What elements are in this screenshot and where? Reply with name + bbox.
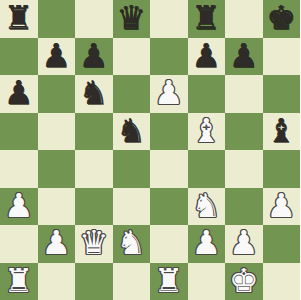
- square-g2[interactable]: ♟: [225, 225, 263, 263]
- square-e6[interactable]: ♟: [150, 75, 188, 113]
- square-a4[interactable]: [0, 150, 38, 188]
- piece-white-knight-f3[interactable]: ♞: [191, 188, 221, 225]
- piece-white-knight-d2[interactable]: ♞: [116, 225, 146, 262]
- square-c6[interactable]: ♞: [75, 75, 113, 113]
- square-h2[interactable]: [263, 225, 301, 263]
- square-c3[interactable]: [75, 188, 113, 226]
- square-g8[interactable]: [225, 0, 263, 38]
- square-d8[interactable]: ♛: [113, 0, 151, 38]
- square-a6[interactable]: ♟: [0, 75, 38, 113]
- square-a2[interactable]: [0, 225, 38, 263]
- piece-white-pawn-e6[interactable]: ♟: [154, 75, 184, 112]
- square-f8[interactable]: ♜: [188, 0, 226, 38]
- square-e4[interactable]: [150, 150, 188, 188]
- square-e1[interactable]: ♜: [150, 263, 188, 300]
- square-h8[interactable]: ♚: [263, 0, 301, 38]
- square-g3[interactable]: [225, 188, 263, 226]
- square-h4[interactable]: [263, 150, 301, 188]
- chess-board: ♜♛♜♚♟♟♟♟♟♞♟♞♝♝♟♞♟♟♛♞♟♟♜♜♚: [0, 0, 300, 300]
- square-d6[interactable]: [113, 75, 151, 113]
- square-b3[interactable]: [38, 188, 76, 226]
- piece-black-pawn-a6[interactable]: ♟: [4, 75, 34, 112]
- piece-white-pawn-g2[interactable]: ♟: [229, 225, 259, 262]
- square-g4[interactable]: [225, 150, 263, 188]
- square-h7[interactable]: [263, 38, 301, 76]
- piece-white-pawn-f2[interactable]: ♟: [191, 225, 221, 262]
- square-g5[interactable]: [225, 113, 263, 151]
- square-b8[interactable]: [38, 0, 76, 38]
- square-g6[interactable]: [225, 75, 263, 113]
- square-f3[interactable]: ♞: [188, 188, 226, 226]
- square-c2[interactable]: ♛: [75, 225, 113, 263]
- piece-white-pawn-b2[interactable]: ♟: [41, 225, 71, 262]
- piece-white-king-g1[interactable]: ♚: [229, 263, 259, 300]
- square-f4[interactable]: [188, 150, 226, 188]
- square-e5[interactable]: [150, 113, 188, 151]
- piece-black-queen-d8[interactable]: ♛: [116, 0, 146, 37]
- piece-black-pawn-g7[interactable]: ♟: [229, 38, 259, 75]
- square-a3[interactable]: ♟: [0, 188, 38, 226]
- square-h5[interactable]: ♝: [263, 113, 301, 151]
- piece-black-knight-c6[interactable]: ♞: [79, 75, 109, 112]
- square-b7[interactable]: ♟: [38, 38, 76, 76]
- square-b4[interactable]: [38, 150, 76, 188]
- square-e2[interactable]: [150, 225, 188, 263]
- square-f1[interactable]: [188, 263, 226, 300]
- square-d7[interactable]: [113, 38, 151, 76]
- square-f6[interactable]: [188, 75, 226, 113]
- piece-white-rook-e1[interactable]: ♜: [154, 263, 184, 300]
- piece-black-pawn-c7[interactable]: ♟: [79, 38, 109, 75]
- square-g7[interactable]: ♟: [225, 38, 263, 76]
- square-c1[interactable]: [75, 263, 113, 300]
- square-c5[interactable]: [75, 113, 113, 151]
- square-g1[interactable]: ♚: [225, 263, 263, 300]
- square-a7[interactable]: [0, 38, 38, 76]
- piece-black-knight-d5[interactable]: ♞: [116, 113, 146, 150]
- square-b6[interactable]: [38, 75, 76, 113]
- piece-white-bishop-f5[interactable]: ♝: [191, 113, 221, 150]
- square-f2[interactable]: ♟: [188, 225, 226, 263]
- square-e8[interactable]: [150, 0, 188, 38]
- square-f5[interactable]: ♝: [188, 113, 226, 151]
- square-f7[interactable]: ♟: [188, 38, 226, 76]
- piece-black-king-h8[interactable]: ♚: [266, 0, 296, 37]
- square-e7[interactable]: [150, 38, 188, 76]
- square-a5[interactable]: [0, 113, 38, 151]
- square-d2[interactable]: ♞: [113, 225, 151, 263]
- square-a8[interactable]: ♜: [0, 0, 38, 38]
- square-c7[interactable]: ♟: [75, 38, 113, 76]
- square-h6[interactable]: [263, 75, 301, 113]
- square-d4[interactable]: [113, 150, 151, 188]
- piece-white-queen-c2[interactable]: ♛: [79, 225, 109, 262]
- piece-black-bishop-h5[interactable]: ♝: [266, 113, 296, 150]
- piece-black-rook-f8[interactable]: ♜: [191, 0, 221, 37]
- square-h1[interactable]: [263, 263, 301, 300]
- square-e3[interactable]: [150, 188, 188, 226]
- square-h3[interactable]: ♟: [263, 188, 301, 226]
- square-b2[interactable]: ♟: [38, 225, 76, 263]
- piece-black-pawn-b7[interactable]: ♟: [41, 38, 71, 75]
- piece-black-pawn-f7[interactable]: ♟: [191, 38, 221, 75]
- square-b5[interactable]: [38, 113, 76, 151]
- square-d1[interactable]: [113, 263, 151, 300]
- piece-white-rook-a1[interactable]: ♜: [4, 263, 34, 300]
- piece-black-rook-a8[interactable]: ♜: [4, 0, 34, 37]
- square-d3[interactable]: [113, 188, 151, 226]
- square-c4[interactable]: [75, 150, 113, 188]
- piece-white-pawn-h3[interactable]: ♟: [266, 188, 296, 225]
- square-a1[interactable]: ♜: [0, 263, 38, 300]
- square-d5[interactable]: ♞: [113, 113, 151, 151]
- piece-white-pawn-a3[interactable]: ♟: [4, 188, 34, 225]
- square-c8[interactable]: [75, 0, 113, 38]
- square-b1[interactable]: [38, 263, 76, 300]
